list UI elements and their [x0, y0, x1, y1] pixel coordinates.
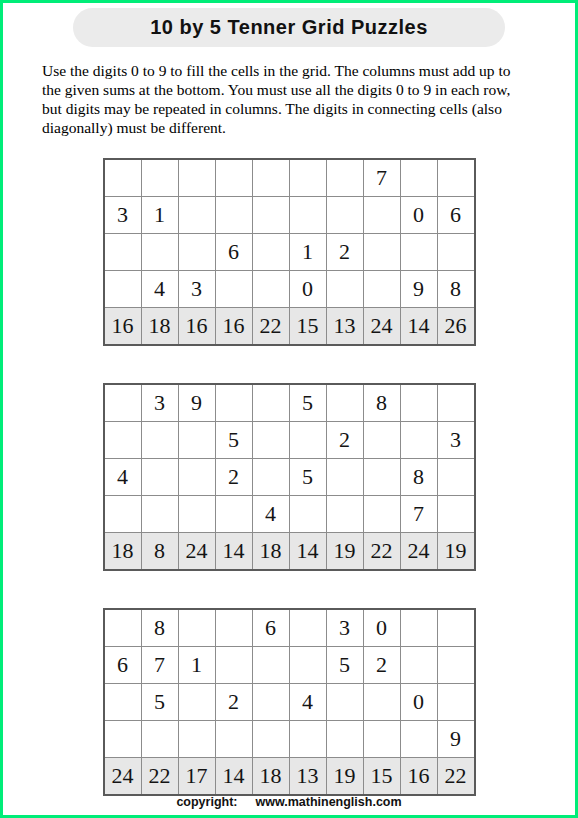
- column-sum-c5: 22: [253, 308, 289, 344]
- column-sum-c9: 16: [401, 758, 437, 794]
- empty-cell-r3c10[interactable]: [438, 234, 474, 270]
- empty-cell-r2c6[interactable]: [290, 647, 326, 683]
- empty-cell-r4c4[interactable]: [216, 721, 252, 757]
- empty-cell-r4c4[interactable]: [216, 496, 252, 532]
- empty-cell-r2c1[interactable]: [105, 422, 141, 458]
- empty-cell-r4c2[interactable]: [142, 721, 178, 757]
- given-cell-r1c7: 3: [327, 610, 363, 646]
- column-sum-c2: 8: [142, 533, 178, 569]
- column-sum-c8: 15: [364, 758, 400, 794]
- empty-cell-r1c10[interactable]: [438, 160, 474, 196]
- empty-cell-r1c10[interactable]: [438, 610, 474, 646]
- empty-cell-r4c4[interactable]: [216, 271, 252, 307]
- given-cell-r2c1: 6: [105, 647, 141, 683]
- empty-cell-r1c6[interactable]: [290, 160, 326, 196]
- given-cell-r1c8: 7: [364, 160, 400, 196]
- empty-cell-r4c5[interactable]: [253, 271, 289, 307]
- empty-cell-r4c8[interactable]: [364, 271, 400, 307]
- given-cell-r1c6: 5: [290, 385, 326, 421]
- column-sum-c10: 26: [438, 308, 474, 344]
- empty-cell-r1c9[interactable]: [401, 160, 437, 196]
- empty-cell-r2c5[interactable]: [253, 422, 289, 458]
- given-cell-r4c9: 9: [401, 271, 437, 307]
- website-link: www.mathinenglish.com: [256, 795, 402, 809]
- empty-cell-r1c5[interactable]: [253, 385, 289, 421]
- column-sum-c7: 19: [327, 533, 363, 569]
- instructions: Use the digits 0 to 9 to fill the cells …: [42, 61, 547, 137]
- empty-cell-r3c5[interactable]: [253, 459, 289, 495]
- empty-cell-r3c5[interactable]: [253, 684, 289, 720]
- column-sum-c9: 24: [401, 533, 437, 569]
- empty-cell-r2c5[interactable]: [253, 647, 289, 683]
- empty-cell-r4c8[interactable]: [364, 496, 400, 532]
- empty-cell-r1c5[interactable]: [253, 160, 289, 196]
- given-cell-r2c10: 3: [438, 422, 474, 458]
- column-sum-c3: 24: [179, 533, 215, 569]
- given-cell-r3c4: 2: [216, 459, 252, 495]
- column-sum-c4: 14: [216, 758, 252, 794]
- empty-cell-r4c1[interactable]: [105, 496, 141, 532]
- empty-cell-r2c5[interactable]: [253, 197, 289, 233]
- empty-cell-r1c9[interactable]: [401, 385, 437, 421]
- given-cell-r4c10: 9: [438, 721, 474, 757]
- empty-cell-r1c6[interactable]: [290, 610, 326, 646]
- column-sum-c3: 17: [179, 758, 215, 794]
- given-cell-r1c8: 0: [364, 610, 400, 646]
- instructions-line: the given sums at the bottom. You must u…: [42, 80, 547, 99]
- instructions-line: diagonally) must be different.: [42, 118, 547, 137]
- given-cell-r3c7: 2: [327, 234, 363, 270]
- empty-cell-r4c1[interactable]: [105, 721, 141, 757]
- empty-cell-r1c4[interactable]: [216, 385, 252, 421]
- empty-cell-r4c6[interactable]: [290, 496, 326, 532]
- given-cell-r2c7: 5: [327, 647, 363, 683]
- given-cell-r4c6: 0: [290, 271, 326, 307]
- column-sum-c6: 14: [290, 533, 326, 569]
- empty-cell-r4c3[interactable]: [179, 721, 215, 757]
- empty-cell-r2c9[interactable]: [401, 647, 437, 683]
- given-cell-r2c9: 0: [401, 197, 437, 233]
- given-cell-r2c2: 1: [142, 197, 178, 233]
- empty-cell-r2c2[interactable]: [142, 422, 178, 458]
- column-sum-c5: 18: [253, 533, 289, 569]
- empty-cell-r2c3[interactable]: [179, 197, 215, 233]
- empty-cell-r1c2[interactable]: [142, 160, 178, 196]
- copyright-label: copyright:: [176, 795, 237, 809]
- empty-cell-r3c3[interactable]: [179, 684, 215, 720]
- empty-cell-r4c10[interactable]: [438, 496, 474, 532]
- given-cell-r3c4: 2: [216, 684, 252, 720]
- given-cell-r3c6: 1: [290, 234, 326, 270]
- empty-cell-r2c8[interactable]: [364, 197, 400, 233]
- given-cell-r1c2: 3: [142, 385, 178, 421]
- empty-cell-r4c8[interactable]: [364, 721, 400, 757]
- empty-cell-r3c10[interactable]: [438, 459, 474, 495]
- given-cell-r4c9: 7: [401, 496, 437, 532]
- instructions-line: but digits may be repeated in columns. T…: [42, 99, 547, 118]
- column-sum-c6: 13: [290, 758, 326, 794]
- column-sum-c10: 22: [438, 758, 474, 794]
- given-cell-r2c4: 5: [216, 422, 252, 458]
- empty-cell-r2c4[interactable]: [216, 647, 252, 683]
- empty-cell-r2c6[interactable]: [290, 197, 326, 233]
- column-sum-c1: 24: [105, 758, 141, 794]
- empty-cell-r1c1[interactable]: [105, 160, 141, 196]
- given-cell-r3c4: 6: [216, 234, 252, 270]
- given-cell-r4c2: 4: [142, 271, 178, 307]
- empty-cell-r3c10[interactable]: [438, 684, 474, 720]
- empty-cell-r3c8[interactable]: [364, 459, 400, 495]
- empty-cell-r3c8[interactable]: [364, 684, 400, 720]
- given-cell-r2c1: 3: [105, 197, 141, 233]
- empty-cell-r3c9[interactable]: [401, 234, 437, 270]
- empty-cell-r2c6[interactable]: [290, 422, 326, 458]
- empty-cell-r3c3[interactable]: [179, 459, 215, 495]
- given-cell-r3c1: 4: [105, 459, 141, 495]
- empty-cell-r1c3[interactable]: [179, 610, 215, 646]
- empty-cell-r1c4[interactable]: [216, 610, 252, 646]
- given-cell-r3c9: 8: [401, 459, 437, 495]
- empty-cell-r2c8[interactable]: [364, 422, 400, 458]
- given-cell-r3c6: 4: [290, 684, 326, 720]
- empty-cell-r1c3[interactable]: [179, 160, 215, 196]
- empty-cell-r1c9[interactable]: [401, 610, 437, 646]
- empty-cell-r2c10[interactable]: [438, 647, 474, 683]
- given-cell-r1c2: 8: [142, 610, 178, 646]
- empty-cell-r4c6[interactable]: [290, 721, 326, 757]
- column-sum-c2: 18: [142, 308, 178, 344]
- empty-cell-r3c1[interactable]: [105, 234, 141, 270]
- empty-cell-r4c1[interactable]: [105, 271, 141, 307]
- column-sum-c8: 24: [364, 308, 400, 344]
- title-pill: 10 by 5 Tenner Grid Puzzles: [73, 8, 505, 47]
- empty-cell-r1c7[interactable]: [327, 385, 363, 421]
- empty-cell-r2c9[interactable]: [401, 422, 437, 458]
- empty-cell-r4c7[interactable]: [327, 271, 363, 307]
- empty-cell-r4c3[interactable]: [179, 496, 215, 532]
- empty-cell-r3c5[interactable]: [253, 234, 289, 270]
- given-cell-r1c5: 6: [253, 610, 289, 646]
- empty-cell-r4c9[interactable]: [401, 721, 437, 757]
- given-cell-r2c7: 2: [327, 422, 363, 458]
- footer: copyright: www.mathinenglish.com: [3, 795, 575, 809]
- empty-cell-r1c1[interactable]: [105, 385, 141, 421]
- column-sum-c5: 18: [253, 758, 289, 794]
- empty-cell-r2c4[interactable]: [216, 197, 252, 233]
- empty-cell-r3c7[interactable]: [327, 459, 363, 495]
- given-cell-r3c6: 5: [290, 459, 326, 495]
- column-sum-c9: 14: [401, 308, 437, 344]
- empty-cell-r4c5[interactable]: [253, 721, 289, 757]
- column-sum-c6: 15: [290, 308, 326, 344]
- given-cell-r2c2: 7: [142, 647, 178, 683]
- empty-cell-r3c7[interactable]: [327, 684, 363, 720]
- empty-cell-r2c7[interactable]: [327, 197, 363, 233]
- tenner-grid-puzzle-3: 8630671525240924221714181319151622: [103, 608, 476, 796]
- empty-cell-r1c4[interactable]: [216, 160, 252, 196]
- given-cell-r4c10: 8: [438, 271, 474, 307]
- empty-cell-r1c1[interactable]: [105, 610, 141, 646]
- instructions-line: Use the digits 0 to 9 to fill the cells …: [42, 61, 547, 80]
- column-sum-c3: 16: [179, 308, 215, 344]
- column-sum-c10: 19: [438, 533, 474, 569]
- empty-cell-r4c7[interactable]: [327, 496, 363, 532]
- column-sum-c4: 16: [216, 308, 252, 344]
- empty-cell-r3c2[interactable]: [142, 234, 178, 270]
- empty-cell-r3c8[interactable]: [364, 234, 400, 270]
- given-cell-r3c9: 0: [401, 684, 437, 720]
- column-sum-c1: 18: [105, 533, 141, 569]
- column-sum-c4: 14: [216, 533, 252, 569]
- column-sum-c1: 16: [105, 308, 141, 344]
- empty-cell-r3c3[interactable]: [179, 234, 215, 270]
- empty-cell-r3c1[interactable]: [105, 684, 141, 720]
- empty-cell-r1c7[interactable]: [327, 160, 363, 196]
- given-cell-r4c3: 3: [179, 271, 215, 307]
- page-title: 10 by 5 Tenner Grid Puzzles: [150, 16, 428, 39]
- worksheet-page: 10 by 5 Tenner Grid Puzzles Use the digi…: [0, 0, 578, 818]
- given-cell-r1c8: 8: [364, 385, 400, 421]
- column-sum-c7: 19: [327, 758, 363, 794]
- given-cell-r1c3: 9: [179, 385, 215, 421]
- empty-cell-r2c3[interactable]: [179, 422, 215, 458]
- empty-cell-r4c7[interactable]: [327, 721, 363, 757]
- empty-cell-r3c2[interactable]: [142, 459, 178, 495]
- empty-cell-r4c2[interactable]: [142, 496, 178, 532]
- given-cell-r4c5: 4: [253, 496, 289, 532]
- given-cell-r2c3: 1: [179, 647, 215, 683]
- tenner-grid-puzzle-1: 731066124309816181616221513241426: [103, 158, 476, 346]
- given-cell-r3c2: 5: [142, 684, 178, 720]
- empty-cell-r1c10[interactable]: [438, 385, 474, 421]
- given-cell-r2c10: 6: [438, 197, 474, 233]
- column-sum-c2: 22: [142, 758, 178, 794]
- column-sum-c7: 13: [327, 308, 363, 344]
- column-sum-c8: 22: [364, 533, 400, 569]
- tenner-grid-puzzle-2: 39585234258471882414181419222419: [103, 383, 476, 571]
- given-cell-r2c8: 2: [364, 647, 400, 683]
